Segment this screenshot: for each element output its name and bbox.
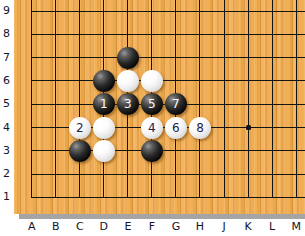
stone-white-C4[interactable]: 2 [69, 117, 91, 139]
grid-hline-6 [31, 80, 305, 81]
column-label-B: B [48, 220, 64, 234]
column-label-K: K [240, 220, 256, 234]
grid-vline-L [272, 0, 273, 198]
row-label-9: 9 [0, 4, 13, 18]
column-label-F: F [144, 220, 160, 234]
move-number: 1 [100, 93, 108, 115]
stone-black-G5[interactable]: 7 [165, 93, 187, 115]
grid-vline-M [296, 0, 297, 198]
grid-hline-1 [31, 197, 305, 198]
go-diagram: 987654321ABCDEFGHJKLM13572468 [0, 0, 305, 236]
column-label-E: E [120, 220, 136, 234]
stone-black-E7[interactable] [117, 47, 139, 69]
move-number: 7 [172, 93, 180, 115]
stone-white-D4[interactable] [93, 117, 115, 139]
stone-black-D5[interactable]: 1 [93, 93, 115, 115]
grid-vline-K [248, 0, 249, 198]
row-label-5: 5 [0, 97, 13, 111]
stone-white-F4[interactable]: 4 [141, 117, 163, 139]
grid-vline-A [31, 0, 32, 198]
stone-black-C3[interactable] [69, 140, 91, 162]
row-label-1: 1 [0, 190, 13, 204]
row-label-7: 7 [0, 51, 13, 65]
column-label-L: L [264, 220, 280, 234]
column-label-D: D [96, 220, 112, 234]
column-label-C: C [72, 220, 88, 234]
stone-white-F6[interactable] [141, 70, 163, 92]
grid-hline-8 [31, 34, 305, 35]
column-label-M: M [288, 220, 304, 234]
grid-hline-9 [31, 11, 305, 12]
stone-black-F5[interactable]: 5 [141, 93, 163, 115]
board-edge-shadow [19, 214, 305, 219]
stone-black-E5[interactable]: 3 [117, 93, 139, 115]
column-label-J: J [216, 220, 232, 234]
stone-black-F3[interactable] [141, 140, 163, 162]
grid-hline-7 [31, 57, 305, 58]
grid-vline-H [199, 0, 200, 198]
move-number: 5 [148, 93, 156, 115]
move-number: 4 [148, 117, 156, 139]
stone-white-E6[interactable] [117, 70, 139, 92]
move-number: 3 [124, 93, 132, 115]
move-number: 2 [76, 117, 84, 139]
row-label-6: 6 [0, 74, 13, 88]
star-point-K4 [246, 125, 251, 130]
row-label-2: 2 [0, 167, 13, 181]
move-number: 8 [196, 117, 204, 139]
column-label-A: A [24, 220, 40, 234]
column-label-G: G [168, 220, 184, 234]
stone-white-H4[interactable]: 8 [189, 117, 211, 139]
row-label-8: 8 [0, 27, 13, 41]
grid-vline-J [224, 0, 225, 198]
stone-black-D6[interactable] [93, 70, 115, 92]
grid-vline-B [55, 0, 56, 198]
row-label-3: 3 [0, 144, 13, 158]
row-label-4: 4 [0, 121, 13, 135]
move-number: 6 [172, 117, 180, 139]
grid-hline-2 [31, 174, 305, 175]
column-label-H: H [192, 220, 208, 234]
stone-white-G4[interactable]: 6 [165, 117, 187, 139]
stone-white-D3[interactable] [93, 140, 115, 162]
grid-vline-C [79, 0, 80, 198]
